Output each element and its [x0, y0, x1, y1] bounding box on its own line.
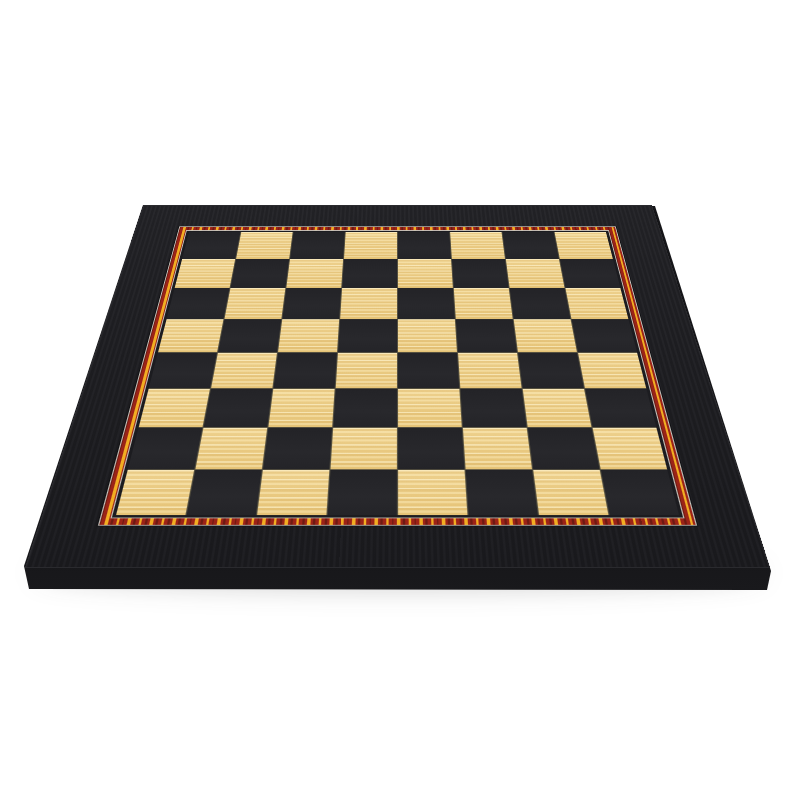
- square-h4[interactable]: [578, 353, 646, 388]
- square-c7[interactable]: [286, 259, 343, 288]
- inlay-border: [98, 226, 697, 525]
- square-d5[interactable]: [338, 319, 397, 352]
- square-e2[interactable]: [398, 428, 464, 469]
- square-b4[interactable]: [211, 353, 277, 388]
- square-h1[interactable]: [601, 470, 679, 515]
- square-g5[interactable]: [514, 319, 577, 352]
- square-b3[interactable]: [204, 389, 273, 427]
- square-c2[interactable]: [263, 428, 332, 469]
- square-h7[interactable]: [560, 259, 620, 288]
- square-a5[interactable]: [158, 319, 223, 352]
- square-d3[interactable]: [333, 389, 397, 427]
- inlay-inner-gap: [110, 230, 684, 518]
- square-f8[interactable]: [450, 232, 505, 259]
- square-a7[interactable]: [175, 259, 235, 288]
- square-a6[interactable]: [167, 288, 230, 319]
- square-a8[interactable]: [182, 232, 240, 259]
- square-f1[interactable]: [466, 470, 538, 515]
- square-e1[interactable]: [398, 470, 467, 515]
- square-g7[interactable]: [506, 259, 565, 288]
- square-h5[interactable]: [572, 319, 637, 352]
- square-b8[interactable]: [236, 232, 293, 259]
- square-e5[interactable]: [398, 319, 457, 352]
- square-b7[interactable]: [231, 259, 290, 288]
- square-f2[interactable]: [463, 428, 532, 469]
- square-f7[interactable]: [452, 259, 509, 288]
- square-g4[interactable]: [518, 353, 584, 388]
- square-c6[interactable]: [282, 288, 341, 319]
- square-h3[interactable]: [585, 389, 656, 427]
- square-c5[interactable]: [278, 319, 339, 352]
- square-g3[interactable]: [523, 389, 592, 427]
- square-g2[interactable]: [528, 428, 600, 469]
- square-e7[interactable]: [398, 259, 453, 288]
- scene: [0, 0, 800, 800]
- square-d7[interactable]: [342, 259, 397, 288]
- square-e3[interactable]: [398, 389, 462, 427]
- square-b2[interactable]: [195, 428, 267, 469]
- square-b1[interactable]: [187, 470, 262, 515]
- square-d4[interactable]: [336, 353, 397, 388]
- square-a1[interactable]: [116, 470, 194, 515]
- square-h2[interactable]: [593, 428, 667, 469]
- square-f6[interactable]: [454, 288, 513, 319]
- square-c4[interactable]: [273, 353, 337, 388]
- square-f3[interactable]: [460, 389, 526, 427]
- square-g8[interactable]: [502, 232, 559, 259]
- square-a4[interactable]: [149, 353, 217, 388]
- square-c8[interactable]: [290, 232, 345, 259]
- square-h6[interactable]: [566, 288, 629, 319]
- square-b6[interactable]: [225, 288, 286, 319]
- square-e8[interactable]: [398, 232, 451, 259]
- square-b5[interactable]: [218, 319, 281, 352]
- chess-board: [25, 205, 770, 567]
- square-a3[interactable]: [139, 389, 210, 427]
- square-c1[interactable]: [257, 470, 329, 515]
- square-d2[interactable]: [331, 428, 397, 469]
- square-h8[interactable]: [555, 232, 613, 259]
- square-d6[interactable]: [340, 288, 397, 319]
- square-f5[interactable]: [456, 319, 517, 352]
- square-a2[interactable]: [128, 428, 202, 469]
- square-e4[interactable]: [398, 353, 459, 388]
- square-d1[interactable]: [328, 470, 397, 515]
- square-e6[interactable]: [398, 288, 455, 319]
- square-g1[interactable]: [533, 470, 608, 515]
- board-grid: [116, 232, 679, 515]
- square-c3[interactable]: [268, 389, 334, 427]
- square-d8[interactable]: [344, 232, 397, 259]
- square-g6[interactable]: [510, 288, 571, 319]
- square-f4[interactable]: [458, 353, 522, 388]
